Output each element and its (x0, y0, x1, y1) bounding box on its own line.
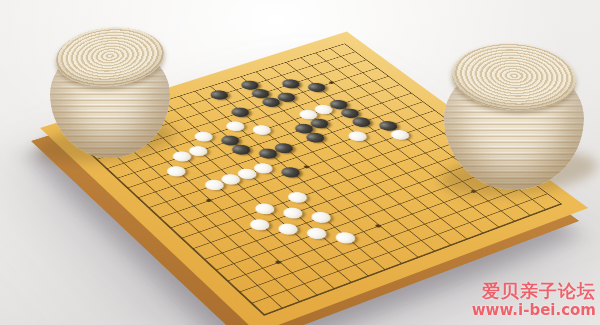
go-board-photo-scene: 爱贝亲子论坛 www.i-bei.com (0, 0, 600, 325)
stone-bowl-right (444, 44, 584, 190)
watermark-url: www.i-bei.com (472, 302, 596, 319)
watermark: 爱贝亲子论坛 www.i-bei.com (472, 281, 596, 319)
watermark-site-name: 爱贝亲子论坛 (472, 281, 596, 302)
stone-bowl-left (50, 28, 170, 158)
